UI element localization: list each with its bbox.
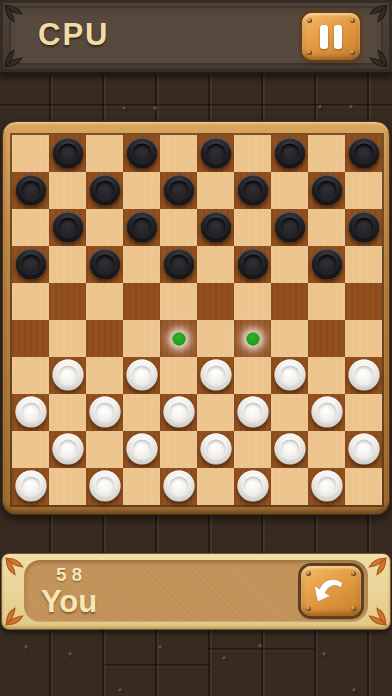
board-square [123,468,160,505]
rivet [351,571,356,576]
white-piece[interactable] [200,433,231,464]
board-square [345,320,382,357]
board-square[interactable] [12,468,49,505]
black-piece[interactable] [89,174,120,205]
cpu-panel: CPU [0,0,392,74]
board-square[interactable] [271,209,308,246]
board-square [234,283,271,320]
white-piece[interactable] [15,470,46,501]
board-square[interactable] [123,209,160,246]
black-piece[interactable] [274,211,305,242]
white-piece[interactable] [311,396,342,427]
board-square[interactable] [49,431,86,468]
board-square [86,357,123,394]
board-square [271,468,308,505]
corner-ornament [4,556,26,578]
board-square [234,209,271,246]
undo-arrow-icon [311,574,351,608]
rivet [349,105,354,110]
board-square [12,283,49,320]
black-piece[interactable] [52,137,83,168]
board-square [234,431,271,468]
board-square[interactable] [49,135,86,172]
board-square[interactable] [12,394,49,431]
board-square[interactable] [234,172,271,209]
board-square [49,468,86,505]
board-square [308,283,345,320]
rivet [258,644,263,649]
rivet [158,645,163,650]
board-square [345,246,382,283]
board-square [86,283,123,320]
black-piece[interactable] [126,211,157,242]
app-screen: CPU 58 You [0,0,392,696]
board-square [123,394,160,431]
black-piece[interactable] [52,211,83,242]
board-square[interactable] [234,394,271,431]
rivet [68,652,73,657]
board-square [160,209,197,246]
board-square[interactable] [160,172,197,209]
white-piece[interactable] [163,396,194,427]
white-piece[interactable] [52,433,83,464]
board-square[interactable] [271,135,308,172]
rivet [352,688,357,693]
board-square[interactable] [345,357,382,394]
board-square [308,209,345,246]
board-square [12,135,49,172]
player-score-block: 58 You [28,564,110,620]
board-square[interactable] [49,357,86,394]
board-square [234,357,271,394]
board-square[interactable] [308,394,345,431]
black-piece[interactable] [200,211,231,242]
board-square [86,431,123,468]
board-square [12,357,49,394]
board-square[interactable] [308,320,345,357]
board-square [49,394,86,431]
board-square [345,468,382,505]
board-square[interactable] [197,431,234,468]
board-square[interactable] [271,431,308,468]
you-player-label: You [28,584,110,620]
board-square [271,172,308,209]
board-square[interactable] [345,209,382,246]
timer-value: 58 [28,564,110,586]
corner-ornament [366,556,388,578]
board-square[interactable] [308,172,345,209]
black-piece[interactable] [348,211,379,242]
board-square [197,172,234,209]
rivet [351,606,356,611]
corner-ornament [3,47,25,69]
black-piece[interactable] [274,137,305,168]
board-square[interactable] [345,431,382,468]
board-square [345,172,382,209]
corner-ornament [3,3,25,25]
board-square[interactable] [86,246,123,283]
white-piece[interactable] [52,359,83,390]
board-square [49,246,86,283]
white-piece[interactable] [348,359,379,390]
board-square[interactable] [49,283,86,320]
board-square[interactable] [197,357,234,394]
white-piece[interactable] [274,433,305,464]
board-square [160,283,197,320]
board-square[interactable] [49,209,86,246]
board-square[interactable] [160,320,197,357]
rivet [222,656,227,661]
white-piece[interactable] [200,359,231,390]
board-square [197,320,234,357]
white-piece[interactable] [163,470,194,501]
rivet [350,18,355,23]
black-piece[interactable] [311,174,342,205]
corner-ornament [4,605,26,627]
white-piece[interactable] [274,359,305,390]
board-square[interactable] [160,246,197,283]
board-square [12,209,49,246]
white-piece[interactable] [126,433,157,464]
board-square[interactable] [12,172,49,209]
board-square[interactable] [123,357,160,394]
white-piece[interactable] [237,396,268,427]
board-square [271,246,308,283]
rivet [118,688,123,693]
rivet [122,106,127,111]
board-square [160,431,197,468]
black-piece[interactable] [163,248,194,279]
black-piece[interactable] [200,137,231,168]
board-square[interactable] [123,431,160,468]
move-hint-dot[interactable] [246,332,259,345]
board-square[interactable] [345,283,382,320]
board-square[interactable] [271,357,308,394]
board-square [160,357,197,394]
board-square [308,357,345,394]
black-piece[interactable] [89,248,120,279]
board-square [12,431,49,468]
cpu-player-label: CPU [38,17,109,53]
board-square[interactable] [197,209,234,246]
board-square[interactable] [197,135,234,172]
black-piece[interactable] [237,248,268,279]
board-square[interactable] [86,320,123,357]
black-piece[interactable] [15,174,46,205]
board-square [197,246,234,283]
board-square [86,209,123,246]
plank-joint [0,104,392,106]
board-square[interactable] [308,468,345,505]
white-piece[interactable] [89,470,120,501]
board-square[interactable] [123,283,160,320]
board-square [308,135,345,172]
move-hint-dot[interactable] [172,332,185,345]
corner-ornament [366,605,388,627]
board-square[interactable] [234,468,271,505]
board-square [123,320,160,357]
plank-joint [104,664,210,666]
board-square[interactable] [86,172,123,209]
board-square [345,394,382,431]
board-square[interactable] [123,135,160,172]
black-piece[interactable] [15,248,46,279]
board-square [86,135,123,172]
board-square[interactable] [345,135,382,172]
board-square [271,394,308,431]
white-piece[interactable] [311,470,342,501]
board-square[interactable] [271,283,308,320]
board-square[interactable] [234,320,271,357]
board-square [234,135,271,172]
board-square[interactable] [86,468,123,505]
board-square [123,172,160,209]
checkers-board [2,121,390,515]
corner-ornament [367,47,389,69]
board-square [271,320,308,357]
white-piece[interactable] [348,433,379,464]
board-square [308,431,345,468]
board-square[interactable] [12,246,49,283]
black-piece[interactable] [348,137,379,168]
pause-button[interactable] [302,13,360,60]
white-piece[interactable] [15,396,46,427]
board-square [197,394,234,431]
board-grid [12,135,382,505]
board-square [160,135,197,172]
board-square[interactable] [160,394,197,431]
black-piece[interactable] [163,174,194,205]
rivet [307,50,312,55]
pause-icon [320,25,342,49]
rivet [24,645,29,650]
rivet [307,18,312,23]
board-square[interactable] [86,394,123,431]
black-piece[interactable] [311,248,342,279]
rivet [153,106,158,111]
black-piece[interactable] [237,174,268,205]
board-square[interactable] [160,468,197,505]
white-piece[interactable] [89,396,120,427]
corner-ornament [367,3,389,25]
you-panel: 58 You [1,553,391,630]
board-square[interactable] [197,283,234,320]
rivet [322,652,327,657]
board-square[interactable] [308,246,345,283]
board-square [197,468,234,505]
rivet [350,50,355,55]
board-square [49,172,86,209]
black-piece[interactable] [126,137,157,168]
white-piece[interactable] [237,470,268,501]
board-square [49,320,86,357]
rivet [318,105,323,110]
board-square[interactable] [12,320,49,357]
undo-button[interactable] [301,566,361,616]
white-piece[interactable] [126,359,157,390]
board-square [123,246,160,283]
board-square[interactable] [234,246,271,283]
